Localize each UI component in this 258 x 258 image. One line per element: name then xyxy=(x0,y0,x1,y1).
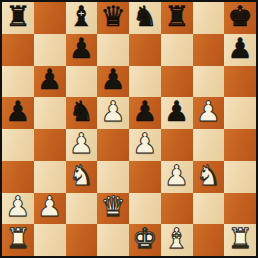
square-a7[interactable] xyxy=(2,34,34,66)
black-bishop[interactable]: ♝ xyxy=(69,3,94,31)
square-e1[interactable]: ♚ xyxy=(129,224,161,256)
black-pawn[interactable]: ♟ xyxy=(101,66,126,94)
black-pawn[interactable]: ♟ xyxy=(132,98,157,126)
square-b8[interactable] xyxy=(34,2,66,34)
square-g4[interactable] xyxy=(193,129,225,161)
black-king[interactable]: ♚ xyxy=(228,3,253,31)
square-h2[interactable] xyxy=(224,193,256,225)
square-g7[interactable] xyxy=(193,34,225,66)
square-g2[interactable] xyxy=(193,193,225,225)
square-g6[interactable] xyxy=(193,66,225,98)
square-h7[interactable]: ♟ xyxy=(224,34,256,66)
square-f5[interactable]: ♟ xyxy=(161,97,193,129)
square-g3[interactable]: ♞ xyxy=(193,161,225,193)
square-h4[interactable] xyxy=(224,129,256,161)
white-bishop[interactable]: ♝ xyxy=(164,225,189,253)
black-pawn[interactable]: ♟ xyxy=(69,35,94,63)
square-a1[interactable]: ♜ xyxy=(2,224,34,256)
square-h3[interactable] xyxy=(224,161,256,193)
black-queen[interactable]: ♛ xyxy=(101,3,126,31)
square-f6[interactable] xyxy=(161,66,193,98)
white-pawn[interactable]: ♟ xyxy=(196,98,221,126)
square-a4[interactable] xyxy=(2,129,34,161)
square-f8[interactable]: ♜ xyxy=(161,2,193,34)
square-a2[interactable]: ♟ xyxy=(2,193,34,225)
chess-board-frame: ♜♝♛♞♜♚♟♟♟♟♟♞♟♟♟♟♟♟♞♟♞♟♟♛♜♚♝♜ xyxy=(0,0,258,258)
white-pawn[interactable]: ♟ xyxy=(37,193,62,221)
white-knight[interactable]: ♞ xyxy=(196,162,221,190)
square-b2[interactable]: ♟ xyxy=(34,193,66,225)
square-d1[interactable] xyxy=(97,224,129,256)
square-e6[interactable] xyxy=(129,66,161,98)
square-d3[interactable] xyxy=(97,161,129,193)
square-c5[interactable]: ♞ xyxy=(66,97,98,129)
square-h5[interactable] xyxy=(224,97,256,129)
black-pawn[interactable]: ♟ xyxy=(164,98,189,126)
white-pawn[interactable]: ♟ xyxy=(164,162,189,190)
square-a5[interactable]: ♟ xyxy=(2,97,34,129)
square-f1[interactable]: ♝ xyxy=(161,224,193,256)
square-f3[interactable]: ♟ xyxy=(161,161,193,193)
white-king[interactable]: ♚ xyxy=(132,225,157,253)
black-pawn[interactable]: ♟ xyxy=(37,66,62,94)
white-pawn[interactable]: ♟ xyxy=(69,130,94,158)
square-g5[interactable]: ♟ xyxy=(193,97,225,129)
square-a3[interactable] xyxy=(2,161,34,193)
square-d7[interactable] xyxy=(97,34,129,66)
white-queen[interactable]: ♛ xyxy=(101,193,126,221)
white-pawn[interactable]: ♟ xyxy=(5,193,30,221)
chess-board: ♜♝♛♞♜♚♟♟♟♟♟♞♟♟♟♟♟♟♞♟♞♟♟♛♜♚♝♜ xyxy=(2,2,256,256)
black-knight[interactable]: ♞ xyxy=(69,98,94,126)
black-rook[interactable]: ♜ xyxy=(164,3,189,31)
square-d6[interactable]: ♟ xyxy=(97,66,129,98)
square-g8[interactable] xyxy=(193,2,225,34)
square-b3[interactable] xyxy=(34,161,66,193)
square-c3[interactable]: ♞ xyxy=(66,161,98,193)
white-rook[interactable]: ♜ xyxy=(228,225,253,253)
black-knight[interactable]: ♞ xyxy=(132,3,157,31)
square-f2[interactable] xyxy=(161,193,193,225)
square-g1[interactable] xyxy=(193,224,225,256)
square-d5[interactable]: ♟ xyxy=(97,97,129,129)
square-b7[interactable] xyxy=(34,34,66,66)
square-c4[interactable]: ♟ xyxy=(66,129,98,161)
square-h1[interactable]: ♜ xyxy=(224,224,256,256)
square-e5[interactable]: ♟ xyxy=(129,97,161,129)
square-c2[interactable] xyxy=(66,193,98,225)
square-c6[interactable] xyxy=(66,66,98,98)
square-e4[interactable]: ♟ xyxy=(129,129,161,161)
black-pawn[interactable]: ♟ xyxy=(5,98,30,126)
square-f7[interactable] xyxy=(161,34,193,66)
black-pawn[interactable]: ♟ xyxy=(228,35,253,63)
square-b4[interactable] xyxy=(34,129,66,161)
square-e3[interactable] xyxy=(129,161,161,193)
square-h6[interactable] xyxy=(224,66,256,98)
square-d8[interactable]: ♛ xyxy=(97,2,129,34)
square-e7[interactable] xyxy=(129,34,161,66)
white-knight[interactable]: ♞ xyxy=(69,162,94,190)
square-b5[interactable] xyxy=(34,97,66,129)
square-b1[interactable] xyxy=(34,224,66,256)
square-c7[interactable]: ♟ xyxy=(66,34,98,66)
square-b6[interactable]: ♟ xyxy=(34,66,66,98)
square-f4[interactable] xyxy=(161,129,193,161)
square-a8[interactable]: ♜ xyxy=(2,2,34,34)
black-rook[interactable]: ♜ xyxy=(5,3,30,31)
white-pawn[interactable]: ♟ xyxy=(101,98,126,126)
square-e2[interactable] xyxy=(129,193,161,225)
square-c1[interactable] xyxy=(66,224,98,256)
square-d4[interactable] xyxy=(97,129,129,161)
white-pawn[interactable]: ♟ xyxy=(132,130,157,158)
square-d2[interactable]: ♛ xyxy=(97,193,129,225)
square-h8[interactable]: ♚ xyxy=(224,2,256,34)
square-c8[interactable]: ♝ xyxy=(66,2,98,34)
square-e8[interactable]: ♞ xyxy=(129,2,161,34)
white-rook[interactable]: ♜ xyxy=(5,225,30,253)
square-a6[interactable] xyxy=(2,66,34,98)
